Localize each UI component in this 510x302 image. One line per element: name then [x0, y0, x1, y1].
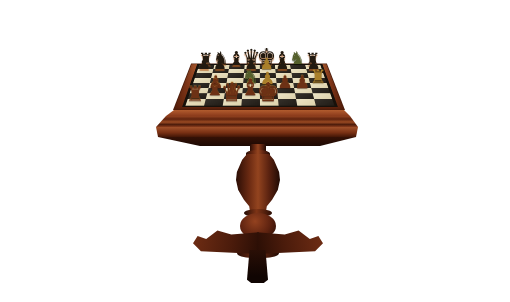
chess-piece-black-pawn-b7[interactable]: ♟: [213, 57, 227, 73]
table-edge-molding-bottom: [150, 127, 364, 137]
chess-piece-white-rook-a1[interactable]: ♜: [186, 84, 204, 104]
table-edge-molding-middle: [150, 116, 364, 127]
square-f1[interactable]: [278, 99, 297, 105]
chess-piece-white-king-e1[interactable]: ♚: [256, 78, 279, 104]
chess-piece-black-knight-g8[interactable]: ♞: [289, 50, 305, 68]
table-foot-front: [247, 250, 268, 283]
chess-piece-black-pawn-a7[interactable]: ♟: [197, 57, 211, 73]
table-edge-molding-top: [150, 110, 364, 116]
square-h1[interactable]: [314, 99, 334, 105]
chess-piece-white-queen-c1[interactable]: ♛: [220, 79, 242, 104]
chess-piece-white-pawn-g3[interactable]: ♟: [295, 75, 311, 92]
chess-table-photo: ♜♞♝♛♚♝♞♜♟♟♟♟♟♟♞♟♜♟♟♟♝♟♝♟♜♛♚: [0, 0, 510, 302]
square-g1[interactable]: [296, 99, 316, 105]
chess-piece-white-rook-h4[interactable]: ♜: [310, 68, 327, 87]
chess-piece-black-pawn-f7[interactable]: ♟: [275, 57, 289, 73]
